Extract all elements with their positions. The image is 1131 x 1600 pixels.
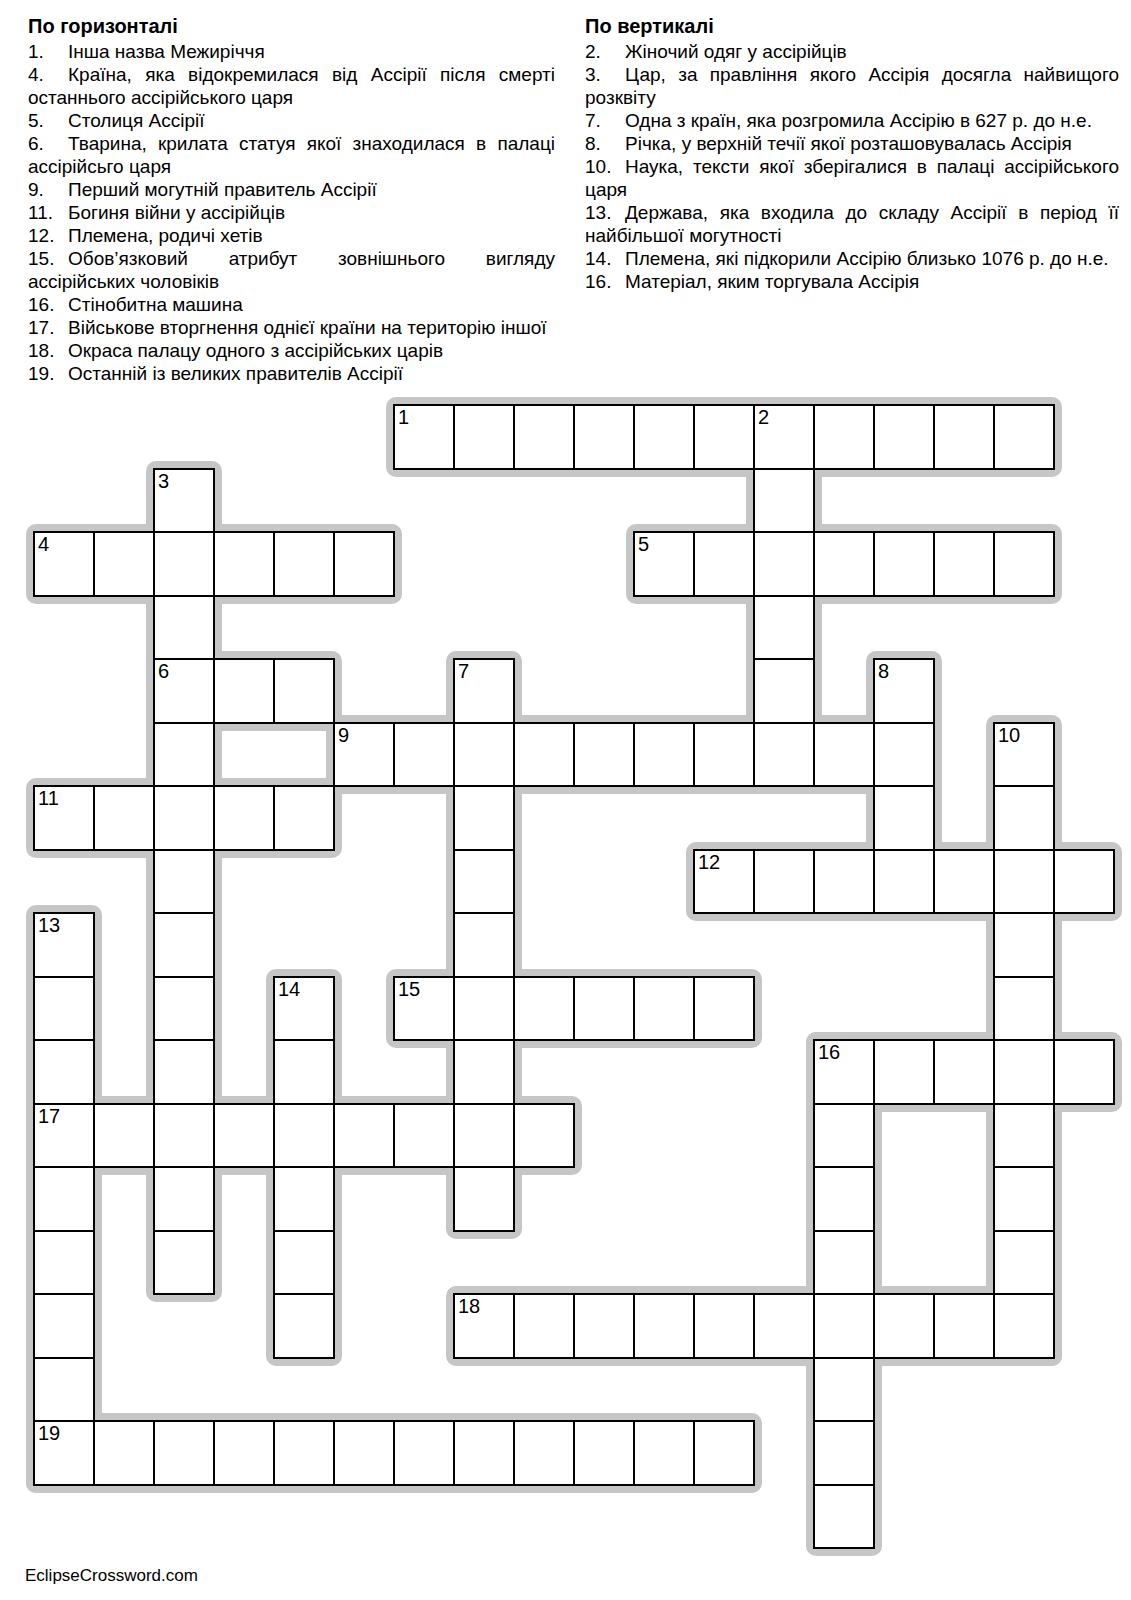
clue-number: 19. (28, 362, 68, 385)
cell-number-17: 17 (38, 1105, 60, 1127)
cell-number-10: 10 (998, 724, 1020, 746)
cell-r2-c5[interactable] (333, 531, 395, 597)
cell-r2-c4[interactable] (273, 531, 335, 597)
cell-r5-c6[interactable] (393, 722, 455, 788)
cell-r10-c14[interactable] (873, 1039, 935, 1105)
cell-r1-c12[interactable] (753, 468, 815, 534)
clue-text: Останній із великих правителів Ассірії (68, 363, 403, 384)
cell-r10-c16[interactable] (993, 1039, 1055, 1105)
clue-text: Річка, у верхній течії якої розташовувал… (625, 133, 1072, 154)
cell-r5-c9[interactable] (573, 722, 635, 788)
cell-number-2: 2 (758, 406, 769, 428)
crossword-page: По горизонталі 1.Інша назва Межиріччя4.К… (0, 0, 1131, 1600)
cell-r16-c11[interactable] (693, 1420, 755, 1486)
cell-r3-c12[interactable] (753, 595, 815, 661)
cell-r14-c10[interactable] (633, 1293, 695, 1359)
clue-across-9: 9.Перший могутній правитель Ассірії (28, 178, 555, 201)
cell-r7-c17[interactable] (1053, 849, 1115, 915)
cell-r10-c17[interactable] (1053, 1039, 1115, 1105)
cell-r12-c0[interactable] (33, 1166, 95, 1232)
clue-across-12: 12.Племена, родичі хетів (28, 224, 555, 247)
cell-r0-c9[interactable] (573, 404, 635, 470)
clue-down-8: 8.Річка, у верхній течії якої розташовув… (585, 132, 1119, 155)
clue-text: Матеріал, яким торгувала Ассірія (625, 271, 919, 292)
cell-r14-c15[interactable] (933, 1293, 995, 1359)
clue-across-15: 15.Обов’язковий атрибут зовнішнього вигл… (28, 247, 555, 293)
clue-text: Держава, яка входила до складу Ассірії в… (585, 202, 1119, 246)
cell-number-11: 11 (38, 787, 59, 809)
cell-r16-c13[interactable] (813, 1420, 875, 1486)
cell-number-14: 14 (278, 978, 300, 1000)
clue-down-14: 14.Племена, які підкорили Ассірію близьк… (585, 247, 1119, 270)
cell-r0-c13[interactable] (813, 404, 875, 470)
cell-r2-c14[interactable] (873, 531, 935, 597)
cell-number-9: 9 (338, 724, 349, 746)
cell-r13-c13[interactable] (813, 1230, 875, 1296)
cell-r2-c13[interactable] (813, 531, 875, 597)
clue-down-2: 2.Жіночий одяг у ассірійців (585, 40, 1119, 63)
cell-r6-c4[interactable] (273, 785, 335, 851)
cell-r14-c14[interactable] (873, 1293, 935, 1359)
clue-text: Інша назва Межиріччя (68, 41, 265, 62)
cell-r9-c10[interactable] (633, 976, 695, 1042)
cell-r17-c13[interactable] (813, 1484, 875, 1550)
cell-r0-c16[interactable] (993, 404, 1055, 470)
cell-number-19: 19 (38, 1422, 60, 1444)
cell-r9-c7[interactable] (453, 976, 515, 1042)
clue-text: Окраса палацу одного з ассірійських царі… (68, 340, 443, 361)
cell-r14-c12[interactable] (753, 1293, 815, 1359)
cell-r7-c2[interactable] (153, 849, 215, 915)
cell-number-12: 12 (698, 851, 720, 873)
cell-r11-c1[interactable] (93, 1103, 155, 1169)
cell-r11-c16[interactable] (993, 1103, 1055, 1169)
cell-r16-c6[interactable] (393, 1420, 455, 1486)
clue-number: 8. (585, 132, 625, 155)
clue-text: Племена, родичі хетів (68, 225, 263, 246)
cell-r5-c8[interactable] (513, 722, 575, 788)
clue-number: 1. (28, 40, 68, 63)
cell-r14-c11[interactable] (693, 1293, 755, 1359)
cell-r11-c13[interactable] (813, 1103, 875, 1169)
cell-r12-c7[interactable] (453, 1166, 515, 1232)
clue-number: 18. (28, 339, 68, 362)
cell-r14-c4[interactable] (273, 1293, 335, 1359)
cell-number-16: 16 (818, 1041, 840, 1063)
cell-r14-c13[interactable] (813, 1293, 875, 1359)
cell-r12-c4[interactable] (273, 1166, 335, 1232)
cell-r10-c7[interactable] (453, 1039, 515, 1105)
clue-text: Перший могутній правитель Ассірії (68, 179, 377, 200)
cell-r5-c11[interactable] (693, 722, 755, 788)
cell-r8-c2[interactable] (153, 912, 215, 978)
cell-r6-c1[interactable] (93, 785, 155, 851)
clue-across-17: 17.Військове вторгнення однієї країни на… (28, 316, 555, 339)
cell-number-13: 13 (38, 914, 60, 936)
cell-r0-c14[interactable] (873, 404, 935, 470)
clue-number: 16. (28, 293, 68, 316)
clue-number: 13. (585, 201, 625, 224)
cell-r16-c7[interactable] (453, 1420, 515, 1486)
cell-number-18: 18 (458, 1295, 480, 1317)
cell-r9-c0[interactable] (33, 976, 95, 1042)
cell-r8-c16[interactable] (993, 912, 1055, 978)
cell-r10-c2[interactable] (153, 1039, 215, 1105)
cell-r6-c3[interactable] (213, 785, 275, 851)
cell-r15-c0[interactable] (33, 1357, 95, 1423)
cell-r16-c8[interactable] (513, 1420, 575, 1486)
clue-across-16: 16.Стінобитна машина (28, 293, 555, 316)
clue-text: Цар, за правління якого Ассірія досягла … (585, 64, 1119, 108)
cell-r16-c10[interactable] (633, 1420, 695, 1486)
cell-r0-c10[interactable] (633, 404, 695, 470)
clue-number: 15. (28, 247, 68, 270)
clue-number: 5. (28, 109, 68, 132)
cell-r0-c15[interactable] (933, 404, 995, 470)
clue-text: Богиня війни у ассірійців (68, 202, 285, 223)
clue-number: 7. (585, 109, 625, 132)
clue-down-16: 16.Матеріал, яким торгувала Ассірія (585, 270, 1119, 293)
cell-r11-c3[interactable] (213, 1103, 275, 1169)
clue-across-4: 4.Країна, яка відокремилася від Ассірії … (28, 63, 555, 109)
cell-number-8: 8 (878, 660, 889, 682)
cell-r2-c12[interactable] (753, 531, 815, 597)
cell-r7-c12[interactable] (753, 849, 815, 915)
clue-number: 6. (28, 132, 68, 155)
clue-number: 3. (585, 63, 625, 86)
cell-r14-c8[interactable] (513, 1293, 575, 1359)
cell-r9-c16[interactable] (993, 976, 1055, 1042)
clue-number: 16. (585, 270, 625, 293)
down-clues-column: По вертикалі 2.Жіночий одяг у ассірійців… (585, 14, 1119, 293)
clue-across-1: 1.Інша назва Межиріччя (28, 40, 555, 63)
clue-down-13: 13.Держава, яка входила до складу Ассірі… (585, 201, 1119, 247)
cell-r13-c0[interactable] (33, 1230, 95, 1296)
cell-r2-c3[interactable] (213, 531, 275, 597)
cell-r2-c16[interactable] (993, 531, 1055, 597)
cell-r2-c11[interactable] (693, 531, 755, 597)
clue-number: 9. (28, 178, 68, 201)
cell-r0-c7[interactable] (453, 404, 515, 470)
cell-r6-c7[interactable] (453, 785, 515, 851)
clue-number: 10. (585, 155, 625, 178)
cell-r4-c4[interactable] (273, 658, 335, 724)
clue-number: 12. (28, 224, 68, 247)
clue-number: 17. (28, 316, 68, 339)
cell-r11-c2[interactable] (153, 1103, 215, 1169)
clue-across-6: 6.Тварина, крилата статуя якої знаходила… (28, 132, 555, 178)
cell-r10-c4[interactable] (273, 1039, 335, 1105)
clue-text: Наука, тексти якої зберігалися в палаці … (585, 156, 1119, 200)
clue-down-10: 10.Наука, тексти якої зберігалися в пала… (585, 155, 1119, 201)
clue-text: Стінобитна машина (68, 294, 243, 315)
down-header: По вертикалі (585, 14, 1119, 38)
cell-r4-c3[interactable] (213, 658, 275, 724)
cell-r16-c2[interactable] (153, 1420, 215, 1486)
clue-text: Столиця Ассірії (68, 110, 204, 131)
cell-r14-c0[interactable] (33, 1293, 95, 1359)
clue-across-5: 5.Столиця Ассірії (28, 109, 555, 132)
cell-r0-c8[interactable] (513, 404, 575, 470)
cell-r9-c8[interactable] (513, 976, 575, 1042)
cell-number-6: 6 (158, 660, 169, 682)
cell-number-1: 1 (398, 406, 409, 428)
cell-r14-c16[interactable] (993, 1293, 1055, 1359)
clue-text: Жіночий одяг у ассірійців (625, 41, 847, 62)
cell-r12-c16[interactable] (993, 1166, 1055, 1232)
cell-number-7: 7 (458, 660, 469, 682)
cell-r5-c12[interactable] (753, 722, 815, 788)
across-header: По горизонталі (28, 14, 555, 38)
cell-r6-c16[interactable] (993, 785, 1055, 851)
clue-text: Обов’язковий атрибут зовнішнього вигляду… (28, 248, 555, 292)
cell-r9-c11[interactable] (693, 976, 755, 1042)
cell-r11-c6[interactable] (393, 1103, 455, 1169)
cell-r13-c4[interactable] (273, 1230, 335, 1296)
clue-number: 4. (28, 63, 68, 86)
generator-credit: EclipseCrossword.com (25, 1566, 198, 1586)
clue-across-18: 18.Окраса палацу одного з ассірійських ц… (28, 339, 555, 362)
clue-down-7: 7.Одна з країн, яка розгромила Ассірію в… (585, 109, 1119, 132)
cell-r3-c2[interactable] (153, 595, 215, 661)
cell-r12-c13[interactable] (813, 1166, 875, 1232)
clue-text: Тварина, крилата статуя якої знаходилася… (28, 133, 555, 177)
cell-number-3: 3 (158, 470, 169, 492)
cell-r4-c12[interactable] (753, 658, 815, 724)
cell-r7-c14[interactable] (873, 849, 935, 915)
cell-r14-c9[interactable] (573, 1293, 635, 1359)
cell-r11-c7[interactable] (453, 1103, 515, 1169)
cell-r16-c3[interactable] (213, 1420, 275, 1486)
cell-number-4: 4 (38, 533, 49, 555)
cell-number-15: 15 (398, 978, 420, 1000)
cell-r6-c14[interactable] (873, 785, 935, 851)
clue-text: Одна з країн, яка розгромила Ассірію в 6… (625, 110, 1092, 131)
cell-r8-c7[interactable] (453, 912, 515, 978)
cell-number-5: 5 (638, 533, 649, 555)
across-clues-column: По горизонталі 1.Інша назва Межиріччя4.К… (28, 14, 555, 385)
clue-text: Племена, які підкорили Ассірію близько 1… (625, 248, 1109, 269)
cell-r7-c15[interactable] (933, 849, 995, 915)
clue-text: Військове вторгнення однієї країни на те… (68, 317, 547, 338)
clue-number: 11. (28, 201, 68, 224)
cell-r11-c8[interactable] (513, 1103, 575, 1169)
clue-text: Країна, яка відокремилася від Ассірії пі… (28, 64, 555, 108)
clue-number: 14. (585, 247, 625, 270)
cell-r16-c9[interactable] (573, 1420, 635, 1486)
cell-r9-c2[interactable] (153, 976, 215, 1042)
cell-r5-c14[interactable] (873, 722, 935, 788)
cell-r5-c2[interactable] (153, 722, 215, 788)
cell-r12-c2[interactable] (153, 1166, 215, 1232)
cell-r7-c13[interactable] (813, 849, 875, 915)
clue-across-19: 19.Останній із великих правителів Ассірі… (28, 362, 555, 385)
cell-r10-c0[interactable] (33, 1039, 95, 1105)
clue-number: 2. (585, 40, 625, 63)
clue-down-3: 3.Цар, за правління якого Ассірія досягл… (585, 63, 1119, 109)
cell-r7-c7[interactable] (453, 849, 515, 915)
cell-r2-c2[interactable] (153, 531, 215, 597)
cell-r11-c4[interactable] (273, 1103, 335, 1169)
cell-r13-c16[interactable] (993, 1230, 1055, 1296)
clue-across-11: 11.Богиня війни у ассірійців (28, 201, 555, 224)
cell-r16-c4[interactable] (273, 1420, 335, 1486)
cell-r10-c15[interactable] (933, 1039, 995, 1105)
cell-r5-c7[interactable] (453, 722, 515, 788)
cell-r13-c2[interactable] (153, 1230, 215, 1296)
cell-r2-c1[interactable] (93, 531, 155, 597)
cell-r16-c1[interactable] (93, 1420, 155, 1486)
cell-r15-c13[interactable] (813, 1357, 875, 1423)
cell-r7-c16[interactable] (993, 849, 1055, 915)
cell-r5-c10[interactable] (633, 722, 695, 788)
cell-r9-c9[interactable] (573, 976, 635, 1042)
cell-r0-c11[interactable] (693, 404, 755, 470)
cell-r5-c13[interactable] (813, 722, 875, 788)
cell-r6-c2[interactable] (153, 785, 215, 851)
cell-r2-c15[interactable] (933, 531, 995, 597)
cell-r11-c5[interactable] (333, 1103, 395, 1169)
cell-r16-c5[interactable] (333, 1420, 395, 1486)
